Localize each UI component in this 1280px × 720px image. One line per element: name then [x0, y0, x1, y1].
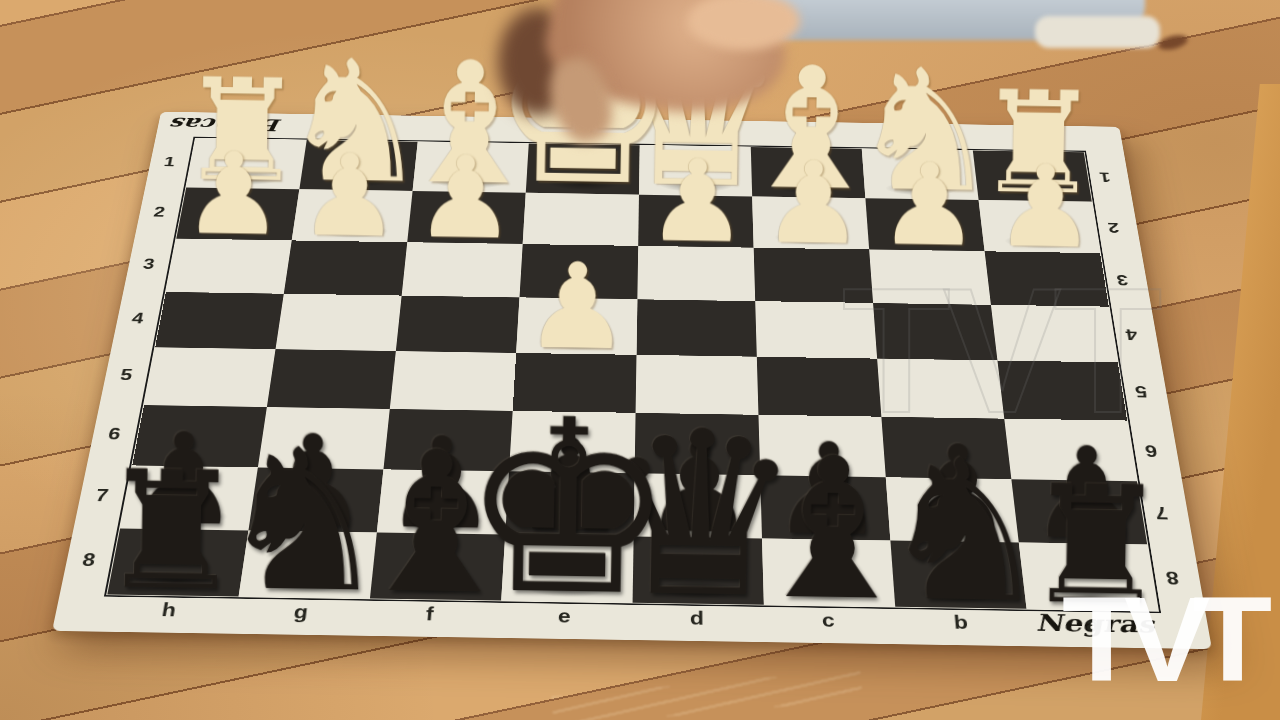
tvt-logo: TVT	[1062, 570, 1255, 708]
square-b8: ♞	[890, 541, 1026, 609]
rank-label-left-3: 3	[141, 256, 156, 272]
square-h2: ♟	[176, 188, 299, 241]
black-knight-b8: ♞	[876, 433, 1054, 631]
rank-label-right-2: 2	[1107, 219, 1121, 235]
white-pawn-c2: ♟	[761, 145, 864, 260]
chess-board: ♜♞♝♚♛♝♞♜♟♟♟♟♟♟♟♟♟♟♟♟♟♟♟♟♜♞♝♚♛♝♞♜	[107, 138, 1158, 611]
square-d2: ♟	[638, 195, 753, 248]
square-b4	[873, 303, 997, 361]
white-pawn-f2: ♟	[413, 140, 516, 255]
square-b2: ♟	[865, 198, 984, 251]
square-g2: ♟	[292, 189, 413, 242]
square-c4	[755, 301, 877, 359]
square-c2: ♟	[752, 196, 869, 249]
black-king-e8: ♚	[459, 387, 677, 629]
white-pawn-d2: ♟	[645, 144, 748, 259]
floor-scratches	[551, 670, 862, 720]
square-e4: ♟	[516, 297, 637, 354]
white-pawn-h2: ♟	[181, 136, 284, 251]
square-e1: ♚	[526, 144, 640, 195]
rank-label-left-8: 8	[81, 550, 98, 570]
video-frame: { "game": "chess", "position": { "fen": …	[0, 0, 1280, 720]
square-a2: ♟	[979, 200, 1101, 253]
square-h5	[144, 347, 276, 407]
square-a4	[991, 305, 1118, 363]
square-g5	[267, 349, 396, 409]
white-pawn-b2: ♟	[877, 147, 980, 262]
rank-label-left-1: 1	[163, 154, 177, 169]
square-f2: ♟	[407, 191, 526, 244]
rank-label-right-4: 4	[1124, 326, 1138, 343]
board-mat: ♜♞♝♚♛♝♞♜♟♟♟♟♟♟♟♟♟♟♟♟♟♟♟♟♜♞♝♚♛♝♞♜ Blancas…	[52, 112, 1212, 649]
rank-label-left-5: 5	[119, 366, 134, 384]
square-a5	[997, 361, 1127, 421]
white-pawn-a2: ♟	[993, 149, 1096, 264]
white-pawn-e4: ♟	[523, 247, 631, 367]
rank-label-right-5: 5	[1134, 382, 1149, 400]
square-d4	[636, 299, 756, 356]
square-b5	[877, 359, 1004, 419]
square-e8: ♚	[501, 535, 633, 603]
rank-label-left-2: 2	[152, 204, 166, 220]
white-pawn-g2: ♟	[297, 138, 400, 253]
square-f4	[396, 296, 520, 353]
square-g4	[276, 294, 402, 351]
rank-label-left-4: 4	[130, 310, 145, 327]
rank-label-right-3: 3	[1115, 271, 1129, 288]
square-h4	[155, 292, 284, 349]
